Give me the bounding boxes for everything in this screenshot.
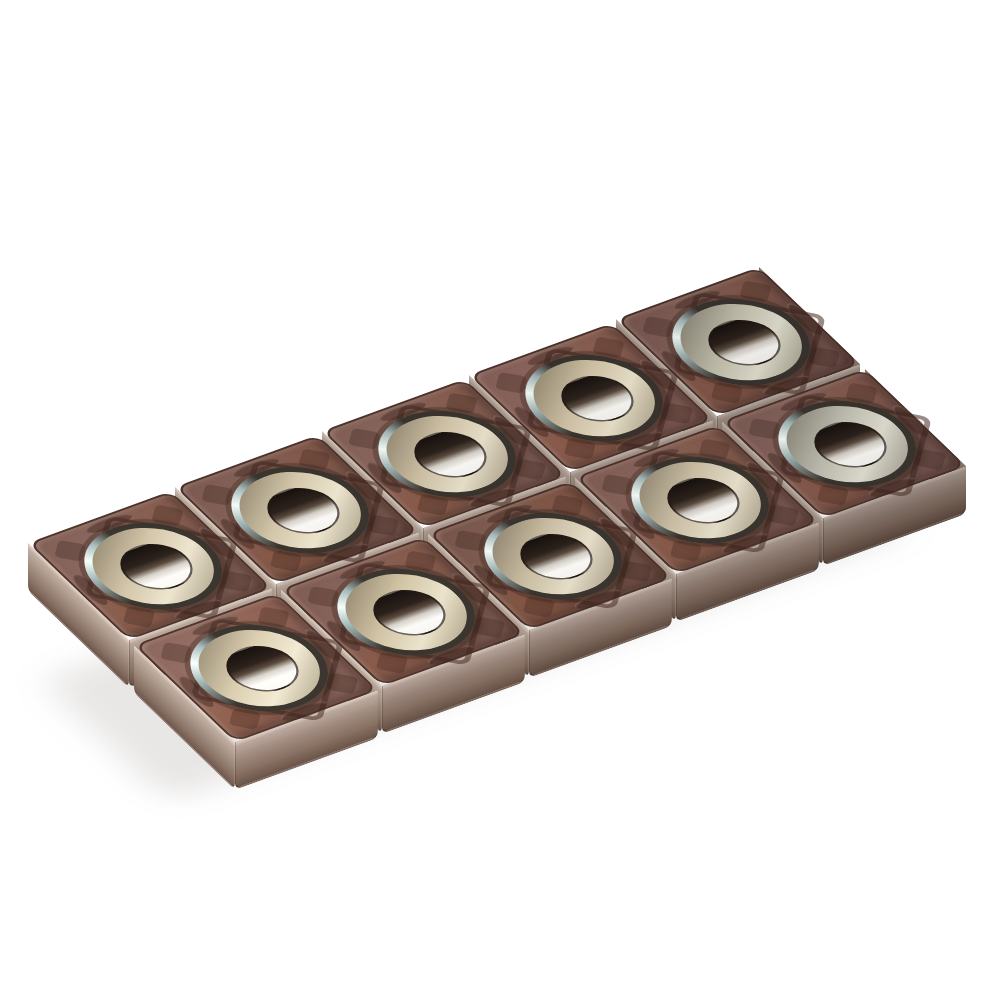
corner-bump <box>348 428 380 450</box>
corner-bump <box>642 316 674 338</box>
hole-bore <box>506 526 607 588</box>
hole-bore <box>106 536 207 598</box>
corner-bump <box>220 570 252 592</box>
corner-bump <box>601 474 633 496</box>
corner-bump <box>326 672 358 694</box>
corner-bump <box>201 484 233 506</box>
corner-bump <box>808 346 840 368</box>
corner-bump <box>454 530 486 552</box>
corner-bump <box>307 586 339 608</box>
hole-bore <box>212 638 313 700</box>
corner-bump <box>661 402 693 424</box>
hole-bore <box>359 582 460 644</box>
corner-bump <box>620 560 652 582</box>
hole-bore <box>400 424 501 486</box>
hole-bore <box>694 312 795 374</box>
corner-bump <box>495 372 527 394</box>
corner-bump <box>54 540 86 562</box>
hole-bore <box>253 480 354 542</box>
corner-bump <box>160 642 192 664</box>
corner-bump <box>367 514 399 536</box>
corner-bump <box>473 616 505 638</box>
corner-bump <box>914 448 946 470</box>
insert-grid <box>0 0 1000 1000</box>
hole-bore <box>653 470 754 532</box>
corner-bump <box>514 458 546 480</box>
hole-bore <box>800 414 901 476</box>
product-photo: Ten copper-coated square carbide CNC tur… <box>0 0 1000 1000</box>
corner-bump <box>767 504 799 526</box>
corner-bump <box>748 418 780 440</box>
hole-bore <box>547 368 648 430</box>
